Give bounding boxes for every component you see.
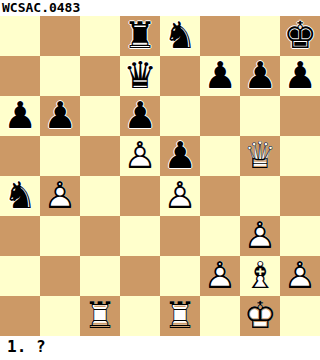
square-d2[interactable] [120,256,160,296]
square-g7[interactable]: ♟ [240,56,280,96]
square-a7[interactable] [0,56,40,96]
square-c6[interactable] [80,96,120,136]
square-c8[interactable] [80,16,120,56]
square-b2[interactable] [40,256,80,296]
square-c1[interactable]: ♜♖ [80,296,120,336]
square-d5[interactable]: ♟♙ [120,136,160,176]
square-e8[interactable]: ♞ [160,16,200,56]
square-h1[interactable] [280,296,320,336]
square-h6[interactable] [280,96,320,136]
piece-black-pawn: ♟ [200,56,240,96]
square-b3[interactable] [40,216,80,256]
square-a8[interactable] [0,16,40,56]
square-h5[interactable] [280,136,320,176]
square-d6[interactable]: ♟ [120,96,160,136]
square-h7[interactable]: ♟ [280,56,320,96]
square-a4[interactable]: ♞ [0,176,40,216]
square-d4[interactable] [120,176,160,216]
square-c5[interactable] [80,136,120,176]
square-b6[interactable]: ♟ [40,96,80,136]
square-f1[interactable] [200,296,240,336]
piece-black-pawn: ♟ [160,136,200,176]
square-h8[interactable]: ♚ [280,16,320,56]
square-c3[interactable] [80,216,120,256]
piece-black-pawn: ♟ [240,56,280,96]
square-e3[interactable] [160,216,200,256]
move-prompt: 1. ? [0,336,320,360]
square-c2[interactable] [80,256,120,296]
piece-black-pawn: ♟ [120,96,160,136]
piece-black-pawn: ♟ [280,56,320,96]
square-g4[interactable] [240,176,280,216]
square-f5[interactable] [200,136,240,176]
square-a3[interactable] [0,216,40,256]
puzzle-title: WCSAC.0483 [0,0,320,16]
square-h3[interactable] [280,216,320,256]
square-f7[interactable]: ♟ [200,56,240,96]
piece-white-king-outline: ♔ [240,296,280,336]
square-f8[interactable] [200,16,240,56]
square-d1[interactable] [120,296,160,336]
piece-white-pawn-outline: ♙ [280,256,320,296]
square-g8[interactable] [240,16,280,56]
square-e4[interactable]: ♟♙ [160,176,200,216]
square-a2[interactable] [0,256,40,296]
square-b8[interactable] [40,16,80,56]
square-g2[interactable]: ♝♗ [240,256,280,296]
square-h2[interactable]: ♟♙ [280,256,320,296]
piece-white-rook-outline: ♖ [160,296,200,336]
square-f3[interactable] [200,216,240,256]
piece-white-pawn-outline: ♙ [120,136,160,176]
piece-black-king: ♚ [280,16,320,56]
square-a5[interactable] [0,136,40,176]
square-f4[interactable] [200,176,240,216]
piece-black-knight: ♞ [160,16,200,56]
piece-white-queen-outline: ♕ [240,136,280,176]
square-e2[interactable] [160,256,200,296]
square-d7[interactable]: ♛ [120,56,160,96]
piece-black-pawn: ♟ [40,96,80,136]
square-g6[interactable] [240,96,280,136]
piece-white-pawn-outline: ♙ [240,216,280,256]
square-b5[interactable] [40,136,80,176]
piece-white-pawn-outline: ♙ [40,176,80,216]
piece-white-bishop-outline: ♗ [240,256,280,296]
square-g5[interactable]: ♛♕ [240,136,280,176]
piece-black-pawn: ♟ [0,96,40,136]
piece-black-rook: ♜ [120,16,160,56]
square-d8[interactable]: ♜ [120,16,160,56]
square-b7[interactable] [40,56,80,96]
square-g3[interactable]: ♟♙ [240,216,280,256]
chess-board: ♜♞♚♛♟♟♟♟♟♟♟♙♟♛♕♞♟♙♟♙♟♙♟♙♝♗♟♙♜♖♜♖♚♔ [0,16,320,336]
square-f6[interactable] [200,96,240,136]
square-b1[interactable] [40,296,80,336]
square-a1[interactable] [0,296,40,336]
piece-black-knight: ♞ [0,176,40,216]
square-f2[interactable]: ♟♙ [200,256,240,296]
piece-white-pawn-outline: ♙ [200,256,240,296]
square-e5[interactable]: ♟ [160,136,200,176]
square-h4[interactable] [280,176,320,216]
square-a6[interactable]: ♟ [0,96,40,136]
piece-black-queen: ♛ [120,56,160,96]
piece-white-pawn-outline: ♙ [160,176,200,216]
square-c7[interactable] [80,56,120,96]
square-e1[interactable]: ♜♖ [160,296,200,336]
square-g1[interactable]: ♚♔ [240,296,280,336]
square-b4[interactable]: ♟♙ [40,176,80,216]
square-c4[interactable] [80,176,120,216]
piece-white-rook-outline: ♖ [80,296,120,336]
square-d3[interactable] [120,216,160,256]
square-e7[interactable] [160,56,200,96]
square-e6[interactable] [160,96,200,136]
